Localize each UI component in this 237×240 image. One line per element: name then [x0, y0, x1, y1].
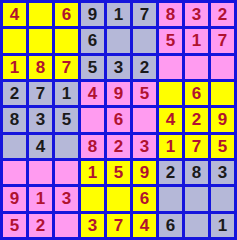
- cell-r8c9[interactable]: [211, 187, 234, 210]
- cell-r8c3[interactable]: 3: [55, 187, 78, 210]
- cell-r5c7[interactable]: 4: [159, 108, 182, 131]
- cell-r2c6[interactable]: [133, 29, 156, 52]
- cell-r5c3[interactable]: 5: [55, 108, 78, 131]
- cell-r4c8[interactable]: 6: [185, 82, 208, 105]
- cell-r1c7[interactable]: 8: [159, 3, 182, 26]
- cell-r9c4[interactable]: 3: [81, 214, 104, 237]
- cell-r8c6[interactable]: 6: [133, 187, 156, 210]
- cell-r4c4[interactable]: 4: [81, 82, 104, 105]
- cell-r5c6[interactable]: [133, 108, 156, 131]
- cell-r4c1[interactable]: 2: [3, 82, 26, 105]
- cell-r2c7[interactable]: 5: [159, 29, 182, 52]
- cell-r6c1[interactable]: [3, 135, 26, 158]
- sudoku-board: 4691783265171875322714956835642948231751…: [0, 0, 237, 240]
- cell-r9c6[interactable]: 4: [133, 214, 156, 237]
- cell-r1c9[interactable]: 2: [211, 3, 234, 26]
- cell-r4c7[interactable]: [159, 82, 182, 105]
- cell-r6c8[interactable]: 7: [185, 135, 208, 158]
- cell-r5c1[interactable]: 8: [3, 108, 26, 131]
- cell-r8c1[interactable]: 9: [3, 187, 26, 210]
- cell-r8c2[interactable]: 1: [29, 187, 52, 210]
- cell-r3c3[interactable]: 7: [55, 56, 78, 79]
- cell-r9c7[interactable]: 6: [159, 214, 182, 237]
- cell-r3c8[interactable]: [185, 56, 208, 79]
- cell-r9c1[interactable]: 5: [3, 214, 26, 237]
- cell-r4c2[interactable]: 7: [29, 82, 52, 105]
- cell-r8c5[interactable]: [107, 187, 130, 210]
- cell-r7c5[interactable]: 5: [107, 161, 130, 184]
- cell-r5c9[interactable]: 9: [211, 108, 234, 131]
- cell-r7c7[interactable]: 2: [159, 161, 182, 184]
- cell-r2c8[interactable]: 1: [185, 29, 208, 52]
- cell-r2c1[interactable]: [3, 29, 26, 52]
- cell-r2c5[interactable]: [107, 29, 130, 52]
- cell-r6c6[interactable]: 3: [133, 135, 156, 158]
- cell-r7c8[interactable]: 8: [185, 161, 208, 184]
- cell-r9c9[interactable]: 1: [211, 214, 234, 237]
- cell-r6c4[interactable]: 8: [81, 135, 104, 158]
- cell-r3c1[interactable]: 1: [3, 56, 26, 79]
- cell-r9c8[interactable]: [185, 214, 208, 237]
- cell-r7c2[interactable]: [29, 161, 52, 184]
- cell-r6c3[interactable]: [55, 135, 78, 158]
- cell-r3c2[interactable]: 8: [29, 56, 52, 79]
- cell-r7c6[interactable]: 9: [133, 161, 156, 184]
- cell-r6c5[interactable]: 2: [107, 135, 130, 158]
- cell-r3c7[interactable]: [159, 56, 182, 79]
- cell-r1c1[interactable]: 4: [3, 3, 26, 26]
- cell-r3c5[interactable]: 3: [107, 56, 130, 79]
- cell-r4c6[interactable]: 5: [133, 82, 156, 105]
- cell-r9c3[interactable]: [55, 214, 78, 237]
- cell-r8c8[interactable]: [185, 187, 208, 210]
- cell-r8c4[interactable]: [81, 187, 104, 210]
- cell-r6c9[interactable]: 5: [211, 135, 234, 158]
- cell-r4c3[interactable]: 1: [55, 82, 78, 105]
- cell-r2c3[interactable]: [55, 29, 78, 52]
- cell-r1c2[interactable]: [29, 3, 52, 26]
- cell-r2c9[interactable]: 7: [211, 29, 234, 52]
- cell-r1c5[interactable]: 1: [107, 3, 130, 26]
- cell-r5c2[interactable]: 3: [29, 108, 52, 131]
- cell-r6c7[interactable]: 1: [159, 135, 182, 158]
- cell-r1c8[interactable]: 3: [185, 3, 208, 26]
- cell-r2c4[interactable]: 6: [81, 29, 104, 52]
- cell-r8c7[interactable]: [159, 187, 182, 210]
- cell-r5c8[interactable]: 2: [185, 108, 208, 131]
- cell-r3c9[interactable]: [211, 56, 234, 79]
- cell-r9c2[interactable]: 2: [29, 214, 52, 237]
- cell-r7c1[interactable]: [3, 161, 26, 184]
- cell-r7c4[interactable]: 1: [81, 161, 104, 184]
- cell-r7c9[interactable]: 3: [211, 161, 234, 184]
- cell-r1c4[interactable]: 9: [81, 3, 104, 26]
- cell-r5c5[interactable]: 6: [107, 108, 130, 131]
- cell-r1c6[interactable]: 7: [133, 3, 156, 26]
- cell-r3c4[interactable]: 5: [81, 56, 104, 79]
- cell-r4c5[interactable]: 9: [107, 82, 130, 105]
- cell-r4c9[interactable]: [211, 82, 234, 105]
- cell-r3c6[interactable]: 2: [133, 56, 156, 79]
- cell-r5c4[interactable]: [81, 108, 104, 131]
- cell-r9c5[interactable]: 7: [107, 214, 130, 237]
- cell-r7c3[interactable]: [55, 161, 78, 184]
- cell-r2c2[interactable]: [29, 29, 52, 52]
- cell-r1c3[interactable]: 6: [55, 3, 78, 26]
- cell-r6c2[interactable]: 4: [29, 135, 52, 158]
